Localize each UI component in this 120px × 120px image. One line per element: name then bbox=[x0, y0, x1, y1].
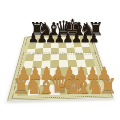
white-king: ♚ bbox=[62, 71, 74, 97]
black-pawn: ♟ bbox=[71, 32, 80, 44]
white-bishop: ♝ bbox=[74, 76, 86, 97]
black-pawn-rank: ♟♟♟♟♟♟♟♟ bbox=[28, 32, 97, 44]
product-photo: www.made-in-china.com ♜♞♝♛♚♝♞♜ ♟♟♟♟♟♟♟♟ … bbox=[0, 0, 120, 120]
white-queen: ♛ bbox=[49, 73, 61, 97]
black-pawn: ♟ bbox=[54, 32, 63, 44]
white-rook: ♜ bbox=[99, 76, 111, 97]
white-knight: ♞ bbox=[24, 76, 36, 97]
black-pawn: ♟ bbox=[28, 32, 37, 44]
white-bishop: ♝ bbox=[37, 76, 49, 97]
black-pawn: ♟ bbox=[88, 32, 97, 44]
white-knight: ♞ bbox=[86, 76, 98, 97]
watermark: www.made-in-china.com bbox=[24, 50, 100, 56]
white-rook: ♜ bbox=[12, 76, 24, 97]
black-pawn: ♟ bbox=[37, 32, 46, 44]
black-pawn: ♟ bbox=[63, 32, 72, 44]
white-back-rank: ♜♞♝♛♚♝♞♜ bbox=[12, 71, 111, 97]
black-pawn: ♟ bbox=[45, 32, 54, 44]
